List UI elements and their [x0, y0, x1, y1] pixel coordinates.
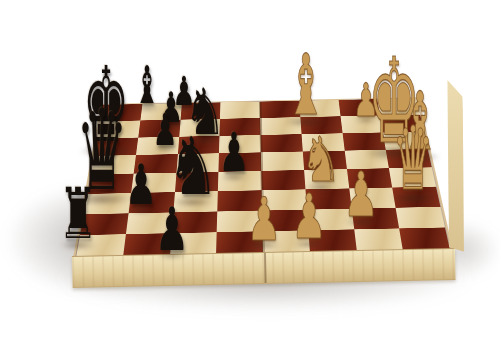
- black-pawn[interactable]: ♟: [125, 157, 157, 213]
- white-pawn[interactable]: ♟: [291, 186, 327, 248]
- pieces-layer: ♜♛♚♝♟♟♟♞♞♟♟♟♝♟♚♝♛♞♟♟♟: [0, 0, 500, 338]
- white-pawn[interactable]: ♟: [247, 189, 281, 249]
- black-pawn[interactable]: ♟: [219, 126, 250, 180]
- black-pawn[interactable]: ♟: [155, 199, 189, 259]
- white-queen[interactable]: ♛: [392, 115, 433, 203]
- white-pawn[interactable]: ♟: [343, 164, 379, 226]
- white-bishop[interactable]: ♝: [285, 43, 326, 127]
- chess-set-photo: ♜♛♚♝♟♟♟♞♞♟♟♟♝♟♚♝♛♞♟♟♟: [0, 0, 500, 338]
- black-rook[interactable]: ♜: [59, 179, 98, 249]
